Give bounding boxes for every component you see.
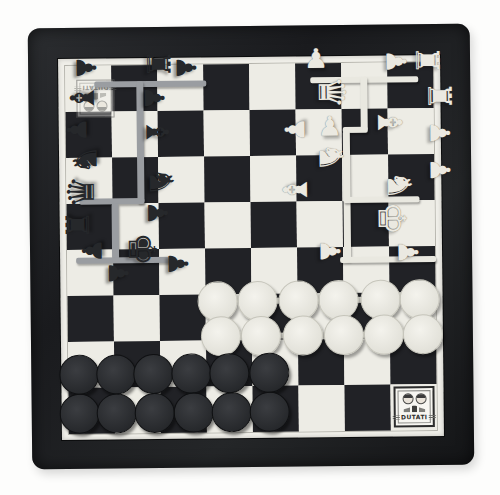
black-pawn-piece: ♟ — [63, 118, 90, 143]
black-rook-piece: ♜ — [62, 210, 94, 239]
brand-logo-bottom-right: DUTATI — [393, 386, 434, 427]
black-pawn-piece: ♟ — [72, 55, 99, 80]
child-face-icon — [402, 393, 413, 404]
white-draughts-disc — [241, 316, 281, 356]
white-draughts-disc — [324, 315, 364, 355]
white-pawn-piece: ♟ — [426, 121, 453, 146]
black-draughts-disc — [212, 392, 252, 432]
board-square — [204, 110, 250, 156]
white-pawn-piece: ♟ — [281, 117, 308, 142]
white-pawn-piece: ♟ — [382, 49, 409, 74]
black-pawn-piece: ♟ — [172, 55, 199, 80]
game-board-assembly: DUTATI DUTATI ♟♜♟♝♟♟♞♝♛♞♜♟♟♚♟♟♟♛♟♜♟♝♟♞♜ — [0, 0, 500, 495]
white-pawn-piece: ♟ — [317, 113, 342, 140]
white-sprue-runner — [360, 77, 368, 131]
white-rook-piece: ♜ — [411, 46, 443, 75]
black-sprue-runner — [112, 203, 120, 259]
black-draughts-disc — [249, 353, 289, 393]
sprues-and-pieces-layer: ♟♜♟♝♟♟♞♝♛♞♜♟♟♚♟♟♟♛♟♜♟♝♟♞♜♟♝♞♟♚♟♟ — [0, 0, 497, 3]
white-bishop-piece: ♝ — [373, 108, 406, 138]
white-draughts-disc — [278, 280, 318, 320]
board-square — [249, 64, 295, 110]
wing-flourish-icon — [428, 415, 435, 419]
white-draughts-disc — [201, 316, 241, 356]
black-bishop-piece: ♝ — [141, 118, 172, 146]
black-rook-piece: ♜ — [142, 49, 174, 78]
black-queen-piece: ♛ — [63, 175, 100, 209]
black-draughts-disc — [171, 353, 211, 393]
black-draughts-disc — [97, 393, 137, 433]
white-knight-piece: ♞ — [383, 170, 416, 200]
board-square — [298, 385, 344, 431]
black-pawn-piece: ♟ — [78, 238, 105, 263]
child-face-icon — [415, 393, 426, 404]
black-draughts-disc — [96, 354, 136, 394]
winged-emblem-icon — [403, 405, 425, 412]
white-pawn-piece: ♟ — [316, 239, 343, 264]
black-draughts-disc — [59, 355, 99, 395]
board-square — [251, 202, 297, 248]
black-draughts-disc — [135, 393, 175, 433]
white-draughts-disc — [364, 314, 404, 354]
white-knight-piece: ♞ — [314, 142, 347, 172]
white-draughts-disc — [403, 314, 443, 354]
white-king-piece: ♚ — [373, 201, 411, 235]
wing-flourish-icon — [393, 415, 400, 419]
black-pawn-piece: ♟ — [165, 252, 192, 277]
black-draughts-disc — [174, 392, 214, 432]
black-pawn-piece: ♟ — [144, 201, 171, 226]
white-queen-piece: ♛ — [313, 75, 350, 109]
black-pawn-piece: ♟ — [141, 86, 168, 111]
white-draughts-disc — [283, 315, 323, 355]
black-knight-piece: ♞ — [68, 145, 101, 175]
children-faces-icon — [402, 393, 426, 404]
board-square — [203, 64, 249, 110]
black-draughts-disc — [209, 353, 249, 393]
white-pawn-piece: ♟ — [304, 45, 329, 72]
black-draughts-disc — [133, 354, 173, 394]
brand-name: DUTATI — [401, 413, 427, 420]
board-square — [344, 385, 390, 431]
white-rook-piece: ♜ — [423, 81, 455, 110]
black-knight-piece: ♞ — [145, 167, 178, 197]
black-pawn-piece: ♟ — [105, 261, 132, 286]
black-bishop-piece: ♝ — [66, 83, 99, 113]
white-pawn-piece: ♟ — [394, 240, 421, 265]
board-square — [205, 202, 251, 248]
white-draughts-disc — [318, 280, 358, 320]
board-square — [204, 156, 250, 202]
white-pawn-piece: ♟ — [427, 158, 454, 183]
black-draughts-disc — [60, 394, 100, 434]
black-draughts-disc — [250, 392, 290, 432]
board-square — [67, 295, 113, 341]
brand-logo-art: DUTATI — [393, 393, 436, 420]
brand-wordmark: DUTATI — [393, 413, 435, 420]
board-square — [113, 295, 159, 341]
product-photo: DUTATI DUTATI ♟♜♟♝♟♟♞♝♛♞♜♟♟♚♟♟♟♛♟♜♟♝♟♞♜ — [0, 0, 500, 495]
white-bishop-piece: ♝ — [279, 175, 312, 205]
